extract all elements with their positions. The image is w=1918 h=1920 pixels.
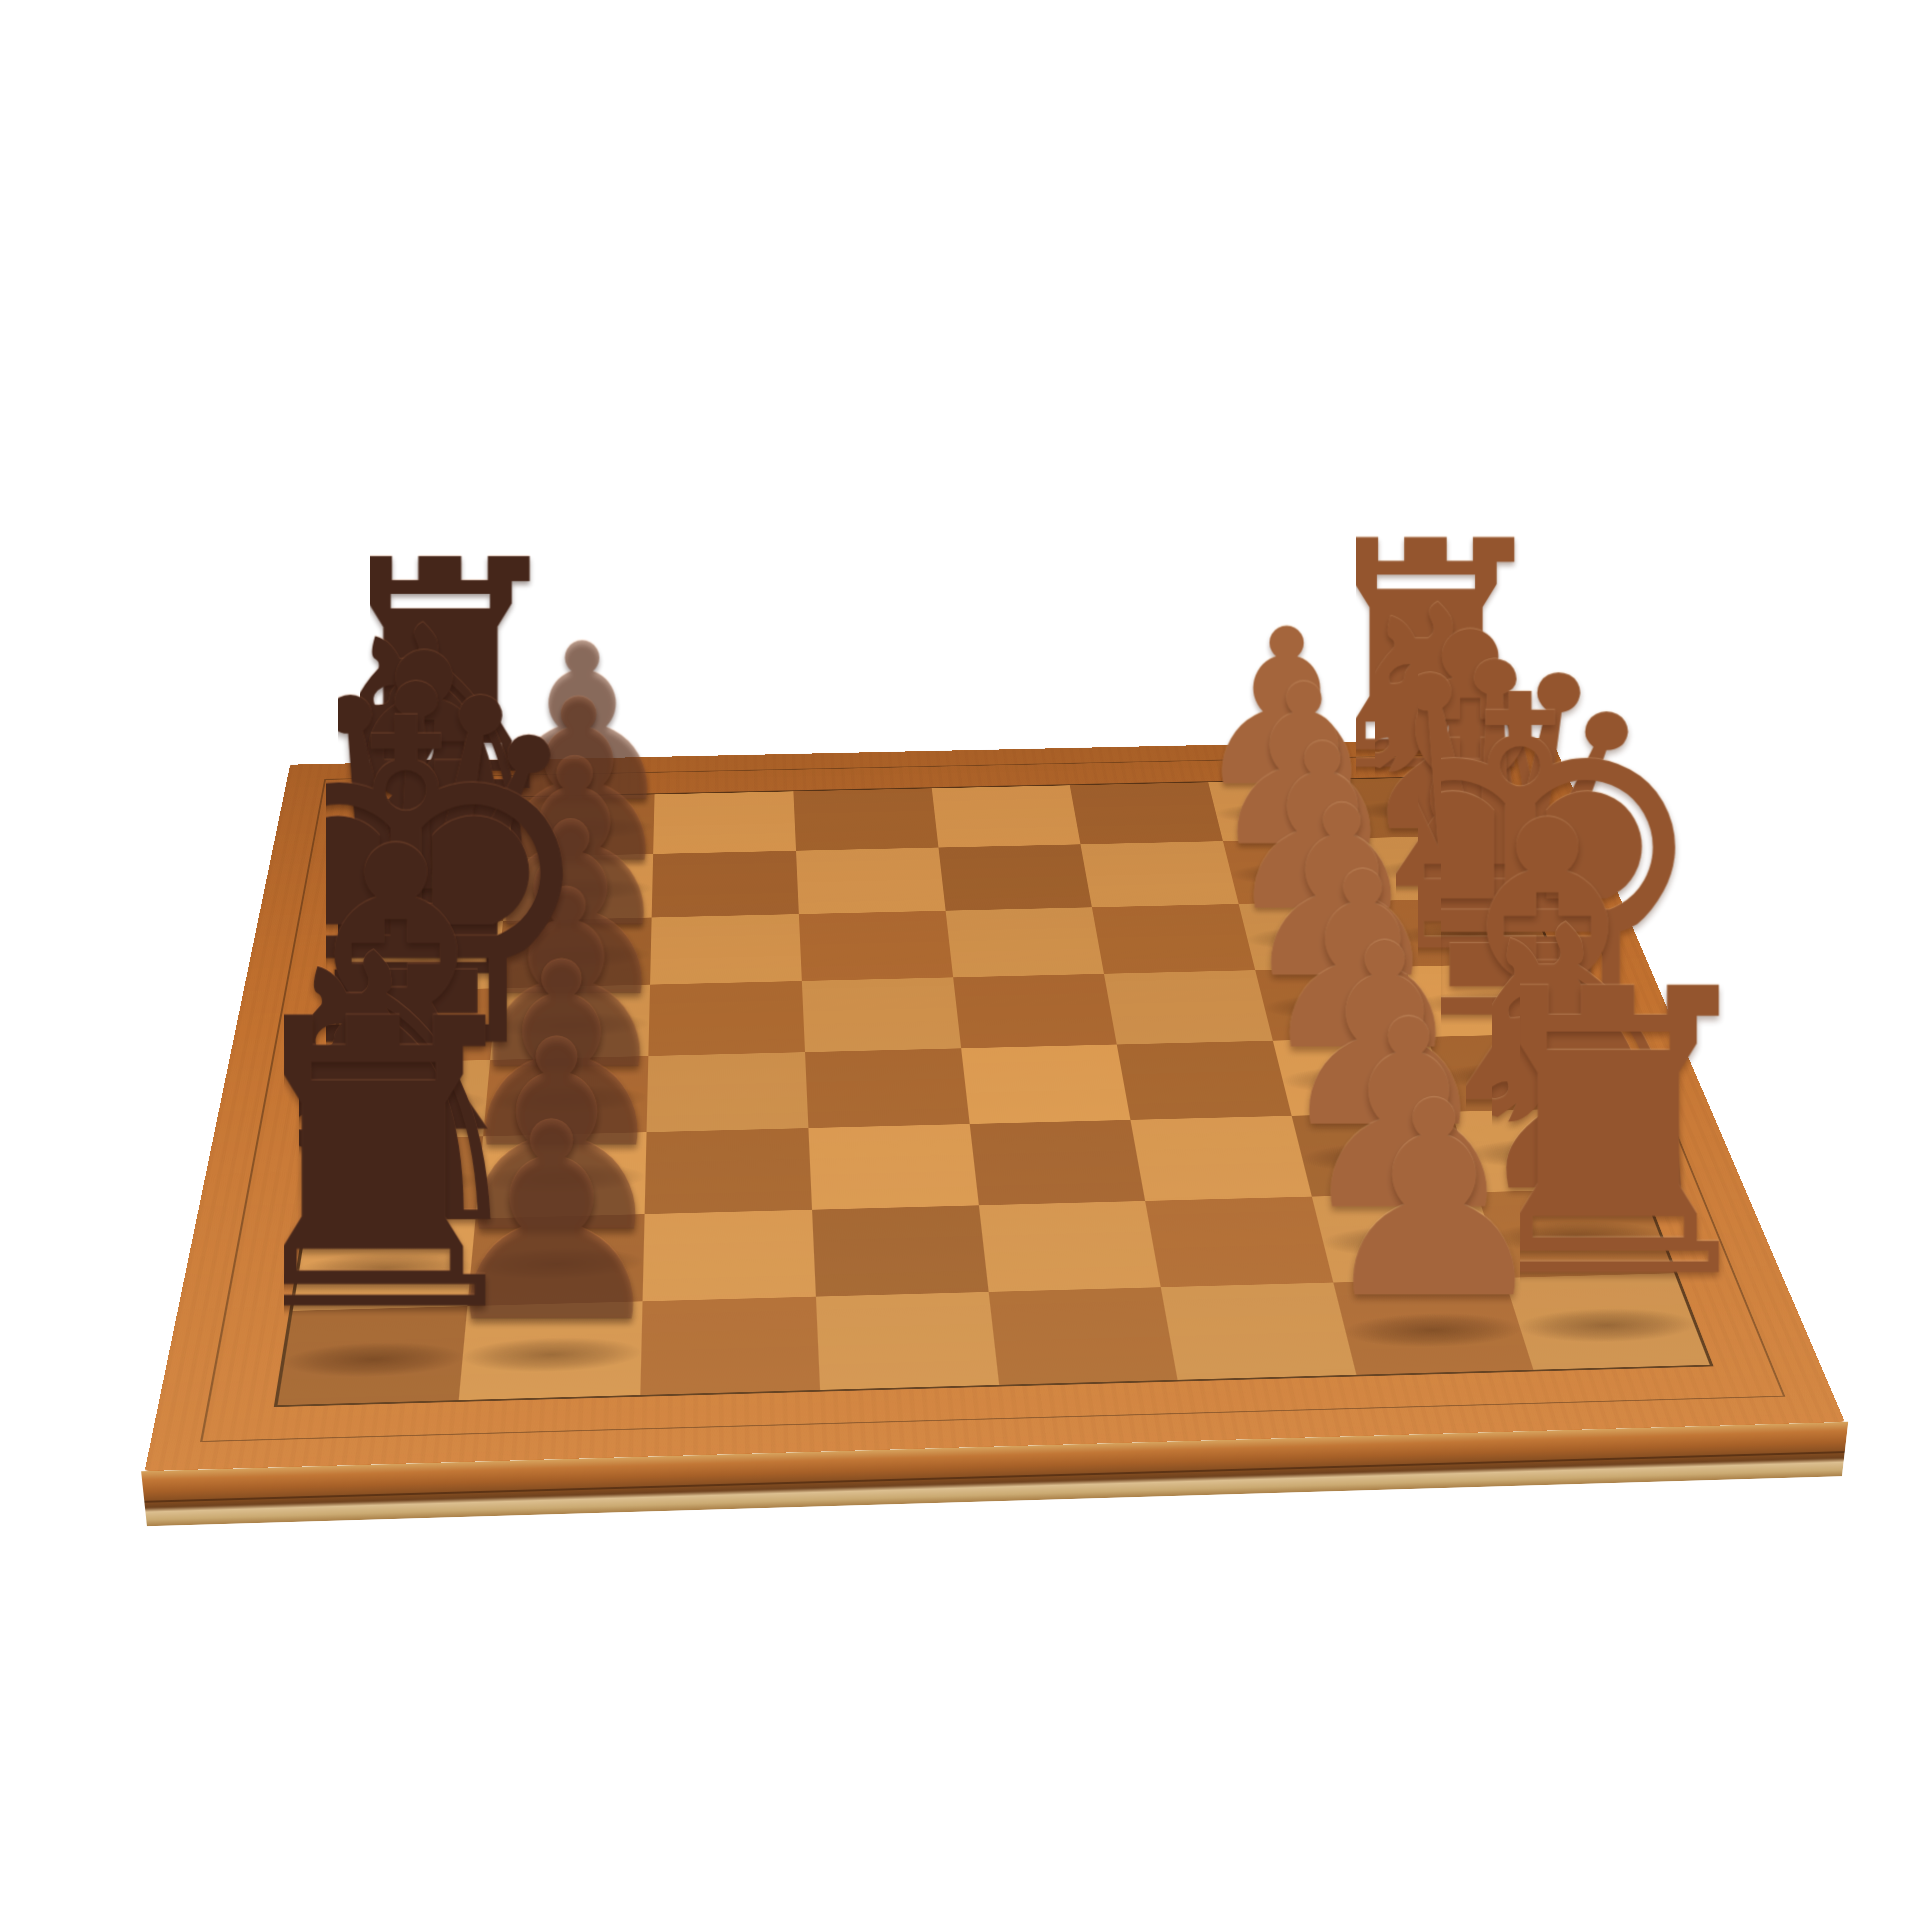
board-front-edge [141,1422,1848,1527]
square-a3[interactable] [1070,782,1223,844]
square-c3[interactable] [1092,904,1255,974]
square-g5[interactable] [812,1205,989,1296]
square-f5[interactable] [808,1124,979,1209]
square-d3[interactable] [1104,970,1272,1044]
square-c5[interactable] [799,910,954,980]
pawn-glyph: ♟ [1313,1069,1555,1334]
piece-white-pawn-h2[interactable]: ♟ [1346,1052,1522,1333]
square-a5[interactable] [793,788,938,851]
square-d4[interactable] [953,974,1117,1049]
square-g4[interactable] [979,1201,1161,1292]
square-d5[interactable] [802,977,962,1052]
square-h4[interactable] [989,1287,1178,1385]
square-c4[interactable] [946,907,1105,977]
square-b4[interactable] [938,844,1092,910]
square-b5[interactable] [796,848,946,914]
square-a4[interactable] [932,785,1081,847]
square-e4[interactable] [961,1044,1131,1124]
square-h5[interactable] [816,1292,1000,1390]
piece-black-rook-h8[interactable]: ♜ [284,948,462,1363]
square-f4[interactable] [970,1120,1146,1205]
photo-background: ♜♞♝♛♚♝♞♜♟♟♟♟♟♟♟♟♟♟♟♟♟♟♟♟♜♞♝♛♚♝♞♜ [0,0,1918,1920]
rook-glyph: ♜ [195,973,552,1363]
square-e5[interactable] [805,1048,970,1128]
chessboard: ♜♞♝♛♚♝♞♜♟♟♟♟♟♟♟♟♟♟♟♟♟♟♟♟♜♞♝♛♚♝♞♜ [145,738,1845,1471]
square-b3[interactable] [1081,841,1238,907]
